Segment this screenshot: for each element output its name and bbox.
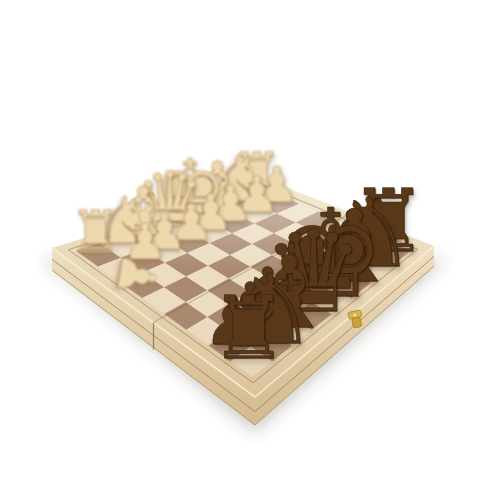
lighting-overlay [76, 188, 411, 377]
chess-set-photo: ♜♞♝♛♚♝♞♜♟♟♟♟♟♟♟♟♟♟♟♟♟♟♟♟♜♞♝♛♚♝♞♜ [0, 0, 500, 500]
board [0, 0, 500, 500]
brass-hinge-icon [146, 192, 154, 203]
